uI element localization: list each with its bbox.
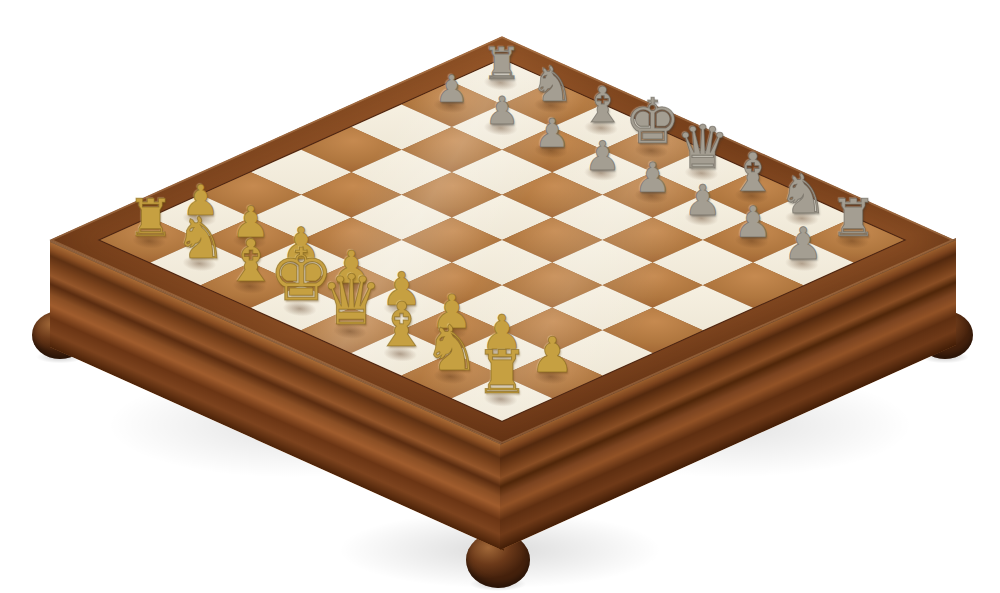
- knight-glyph: ♞: [175, 209, 226, 266]
- board-scene: ♜♞♝♚♛♝♞♜♟♟♟♟♟♟♟♟♟♟♟♟♟♟♟♟♜♞♝♚♛♝♞♜: [0, 0, 1000, 593]
- pawn-glyph: ♟: [634, 157, 671, 199]
- pawn-glyph: ♟: [534, 114, 570, 154]
- knight-glyph: ♞: [530, 60, 574, 109]
- pawn-glyph: ♟: [530, 330, 574, 379]
- rook-glyph: ♜: [830, 193, 876, 244]
- chess-case-top: ♜♞♝♚♛♝♞♜♟♟♟♟♟♟♟♟♟♟♟♟♟♟♟♟♜♞♝♚♛♝♞♜: [49, 36, 954, 443]
- pawn-glyph: ♟: [734, 201, 773, 244]
- rook-glyph: ♜: [482, 42, 521, 86]
- pawn-glyph: ♟: [435, 71, 469, 109]
- king-glyph: ♚: [625, 91, 681, 154]
- chess-board: ♜♞♝♚♛♝♞♜♟♟♟♟♟♟♟♟♟♟♟♟♟♟♟♟♜♞♝♚♛♝♞♜: [98, 58, 907, 422]
- knight-glyph: ♞: [779, 167, 828, 222]
- rook-glyph: ♜: [475, 343, 528, 402]
- pawn-glyph: ♟: [485, 92, 520, 131]
- product-photo-chess-set: Contemporary brass and nickel chess set …: [0, 0, 1000, 593]
- queen-glyph: ♛: [676, 116, 730, 176]
- knight-glyph: ♞: [423, 316, 480, 379]
- rook-glyph: ♜: [127, 193, 173, 244]
- pawn-glyph: ♟: [584, 135, 621, 176]
- pawn-glyph: ♟: [684, 179, 722, 221]
- bishop-glyph: ♝: [729, 145, 777, 198]
- pawn-glyph: ♟: [783, 222, 823, 267]
- bishop-glyph: ♝: [580, 81, 625, 131]
- bishop-glyph: ♝: [374, 295, 429, 357]
